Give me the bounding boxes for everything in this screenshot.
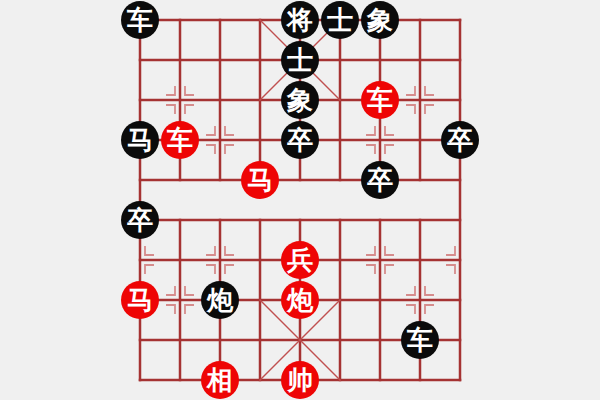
piece-black-chariot[interactable]: 车 — [401, 321, 439, 359]
piece-black-soldier[interactable]: 卒 — [361, 161, 399, 199]
piece-red-chariot[interactable]: 车 — [361, 81, 399, 119]
xiangqi-board[interactable]: 车将士象士象车马车卒卒马卒卒兵马炮炮车相帅 — [120, 0, 480, 400]
piece-red-horse[interactable]: 马 — [121, 281, 159, 319]
piece-black-elephant[interactable]: 象 — [281, 81, 319, 119]
piece-red-horse[interactable]: 马 — [241, 161, 279, 199]
piece-red-chariot[interactable]: 车 — [161, 121, 199, 159]
piece-black-soldier[interactable]: 卒 — [441, 121, 479, 159]
piece-black-soldier[interactable]: 卒 — [121, 201, 159, 239]
piece-red-elephant[interactable]: 相 — [201, 361, 239, 399]
piece-black-advisor[interactable]: 士 — [281, 41, 319, 79]
piece-black-chariot[interactable]: 车 — [121, 1, 159, 39]
piece-black-general[interactable]: 将 — [281, 1, 319, 39]
piece-black-cannon[interactable]: 炮 — [201, 281, 239, 319]
piece-black-soldier[interactable]: 卒 — [281, 121, 319, 159]
piece-red-general[interactable]: 帅 — [281, 361, 319, 399]
piece-black-horse[interactable]: 马 — [121, 121, 159, 159]
piece-red-cannon[interactable]: 炮 — [281, 281, 319, 319]
xiangqi-app: 车将士象士象车马车卒卒马卒卒兵马炮炮车相帅 — [0, 0, 600, 400]
piece-black-advisor[interactable]: 士 — [321, 1, 359, 39]
piece-black-elephant[interactable]: 象 — [361, 1, 399, 39]
piece-red-soldier[interactable]: 兵 — [281, 241, 319, 279]
